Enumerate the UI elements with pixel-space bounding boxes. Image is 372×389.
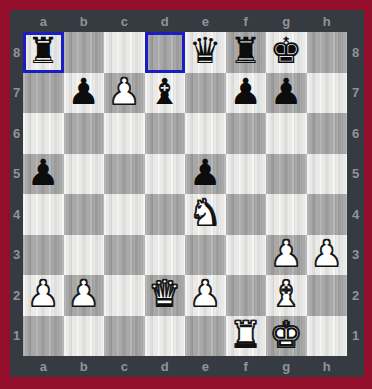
square-d6[interactable]: [145, 113, 186, 154]
square-e4[interactable]: ♞: [185, 194, 226, 235]
white-pawn[interactable]: ♟: [68, 276, 100, 312]
rank-label-4: 4: [10, 194, 23, 235]
square-b8[interactable]: [64, 32, 105, 73]
rank-label-7: 7: [347, 73, 364, 114]
rank-label-5: 5: [10, 154, 23, 195]
rank-label-3: 3: [347, 235, 364, 276]
square-g2[interactable]: ♝: [266, 275, 307, 316]
square-f1[interactable]: ♜: [226, 316, 267, 357]
square-c2[interactable]: [104, 275, 145, 316]
file-label-f: f: [226, 10, 267, 32]
file-labels-top: abcdefgh: [23, 10, 347, 32]
square-h4[interactable]: [307, 194, 348, 235]
black-pawn[interactable]: ♟: [189, 155, 221, 191]
square-f2[interactable]: [226, 275, 267, 316]
square-b6[interactable]: [64, 113, 105, 154]
square-g3[interactable]: ♟: [266, 235, 307, 276]
square-h2[interactable]: [307, 275, 348, 316]
square-e7[interactable]: [185, 73, 226, 114]
rank-label-6: 6: [10, 113, 23, 154]
board-frame: abcdefgh 87654321 ♜♛♜♚♟♟♝♟♟♟♟♞♟♟♟♟♛♟♝♜♚ …: [0, 0, 372, 389]
rank-labels-right: 87654321: [347, 32, 364, 356]
square-d8[interactable]: [145, 32, 186, 73]
square-d7[interactable]: ♝: [145, 73, 186, 114]
file-label-g: g: [266, 356, 307, 377]
black-pawn[interactable]: ♟: [27, 155, 59, 191]
square-f8[interactable]: ♜: [226, 32, 267, 73]
board-margin: abcdefgh 87654321 ♜♛♜♚♟♟♝♟♟♟♟♞♟♟♟♟♛♟♝♜♚ …: [10, 10, 364, 377]
black-pawn[interactable]: ♟: [270, 74, 302, 110]
square-e5[interactable]: ♟: [185, 154, 226, 195]
black-rook[interactable]: ♜: [230, 33, 262, 69]
rank-label-4: 4: [347, 194, 364, 235]
square-f7[interactable]: ♟: [226, 73, 267, 114]
square-b3[interactable]: [64, 235, 105, 276]
chess-board: ♜♛♜♚♟♟♝♟♟♟♟♞♟♟♟♟♛♟♝♜♚: [23, 32, 347, 356]
square-d1[interactable]: [145, 316, 186, 357]
square-f6[interactable]: [226, 113, 267, 154]
file-label-c: c: [104, 10, 145, 32]
rank-label-7: 7: [10, 73, 23, 114]
white-bishop[interactable]: ♝: [270, 276, 302, 312]
square-h5[interactable]: [307, 154, 348, 195]
file-label-e: e: [185, 356, 226, 377]
black-bishop[interactable]: ♝: [149, 74, 181, 110]
square-b5[interactable]: [64, 154, 105, 195]
rank-label-6: 6: [347, 113, 364, 154]
black-pawn[interactable]: ♟: [68, 74, 100, 110]
square-h8[interactable]: [307, 32, 348, 73]
square-h6[interactable]: [307, 113, 348, 154]
rank-label-3: 3: [10, 235, 23, 276]
square-d3[interactable]: [145, 235, 186, 276]
square-c1[interactable]: [104, 316, 145, 357]
rank-label-1: 1: [10, 316, 23, 357]
square-a4[interactable]: [23, 194, 64, 235]
white-pawn[interactable]: ♟: [108, 74, 140, 110]
white-pawn[interactable]: ♟: [189, 276, 221, 312]
white-knight[interactable]: ♞: [189, 195, 221, 231]
square-g1[interactable]: ♚: [266, 316, 307, 357]
file-label-a: a: [23, 356, 64, 377]
file-label-f: f: [226, 356, 267, 377]
white-pawn[interactable]: ♟: [270, 236, 302, 272]
square-g5[interactable]: [266, 154, 307, 195]
square-g6[interactable]: [266, 113, 307, 154]
square-d2[interactable]: ♛: [145, 275, 186, 316]
white-pawn[interactable]: ♟: [311, 236, 343, 272]
square-d5[interactable]: [145, 154, 186, 195]
square-c6[interactable]: [104, 113, 145, 154]
square-c7[interactable]: ♟: [104, 73, 145, 114]
file-label-h: h: [307, 10, 348, 32]
rank-label-8: 8: [10, 32, 23, 73]
square-a2[interactable]: ♟: [23, 275, 64, 316]
square-f4[interactable]: [226, 194, 267, 235]
file-label-b: b: [64, 10, 105, 32]
square-b2[interactable]: ♟: [64, 275, 105, 316]
square-b7[interactable]: ♟: [64, 73, 105, 114]
rank-label-1: 1: [347, 316, 364, 357]
rank-labels-left: 87654321: [10, 32, 23, 356]
file-label-c: c: [104, 356, 145, 377]
square-c5[interactable]: [104, 154, 145, 195]
square-d4[interactable]: [145, 194, 186, 235]
white-pawn[interactable]: ♟: [27, 276, 59, 312]
square-c4[interactable]: [104, 194, 145, 235]
square-f5[interactable]: [226, 154, 267, 195]
square-a8[interactable]: ♜: [23, 32, 64, 73]
white-queen[interactable]: ♛: [149, 276, 181, 312]
square-a7[interactable]: [23, 73, 64, 114]
square-c3[interactable]: [104, 235, 145, 276]
square-h3[interactable]: ♟: [307, 235, 348, 276]
square-e8[interactable]: ♛: [185, 32, 226, 73]
square-e2[interactable]: ♟: [185, 275, 226, 316]
square-b1[interactable]: [64, 316, 105, 357]
rank-label-5: 5: [347, 154, 364, 195]
square-e6[interactable]: [185, 113, 226, 154]
file-label-e: e: [185, 10, 226, 32]
square-e1[interactable]: [185, 316, 226, 357]
file-label-a: a: [23, 10, 64, 32]
square-a5[interactable]: ♟: [23, 154, 64, 195]
square-e3[interactable]: [185, 235, 226, 276]
square-h1[interactable]: [307, 316, 348, 357]
square-h7[interactable]: [307, 73, 348, 114]
file-label-d: d: [145, 10, 186, 32]
square-g8[interactable]: ♚: [266, 32, 307, 73]
square-a3[interactable]: [23, 235, 64, 276]
rank-label-2: 2: [347, 275, 364, 316]
black-rook[interactable]: ♜: [27, 33, 59, 69]
black-pawn[interactable]: ♟: [230, 74, 262, 110]
rank-label-8: 8: [347, 32, 364, 73]
black-queen[interactable]: ♛: [189, 33, 221, 69]
square-a6[interactable]: [23, 113, 64, 154]
white-rook[interactable]: ♜: [230, 317, 262, 353]
file-label-g: g: [266, 10, 307, 32]
file-label-b: b: [64, 356, 105, 377]
file-labels-bottom: abcdefgh: [23, 356, 347, 377]
square-g7[interactable]: ♟: [266, 73, 307, 114]
square-a1[interactable]: [23, 316, 64, 357]
square-c8[interactable]: [104, 32, 145, 73]
square-f3[interactable]: [226, 235, 267, 276]
square-g4[interactable]: [266, 194, 307, 235]
black-king[interactable]: ♚: [270, 33, 302, 69]
file-label-h: h: [307, 356, 348, 377]
rank-label-2: 2: [10, 275, 23, 316]
file-label-d: d: [145, 356, 186, 377]
white-king[interactable]: ♚: [270, 317, 302, 353]
square-b4[interactable]: [64, 194, 105, 235]
